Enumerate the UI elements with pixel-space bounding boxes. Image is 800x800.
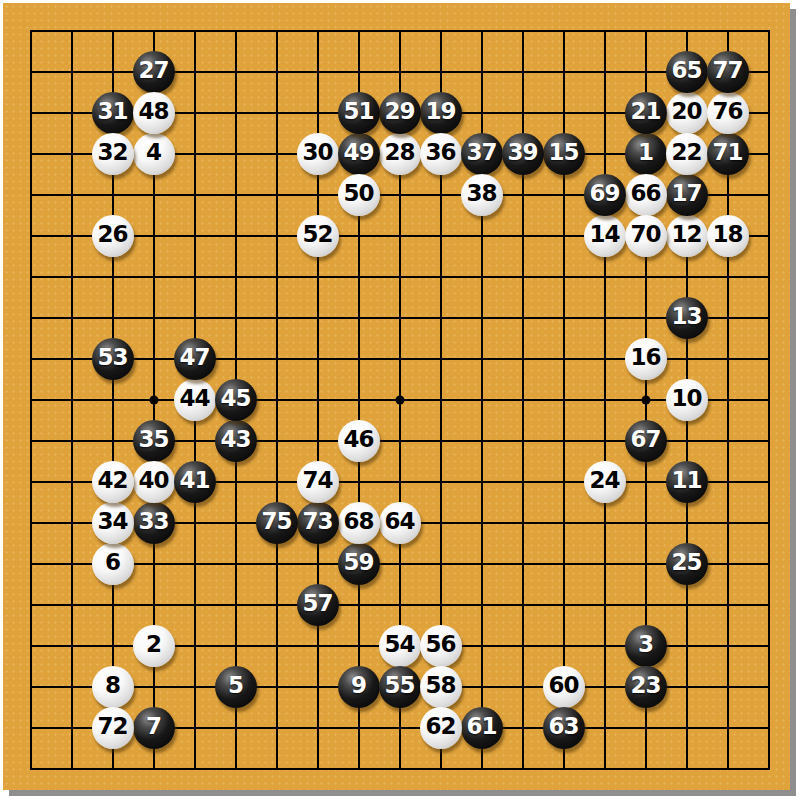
stone-white-move-18: 18 bbox=[707, 215, 749, 257]
star-point bbox=[641, 395, 650, 404]
move-number-label: 26 bbox=[97, 223, 127, 246]
move-number-label: 17 bbox=[671, 182, 701, 205]
move-number-label: 9 bbox=[351, 674, 366, 697]
move-number-label: 15 bbox=[548, 141, 578, 164]
move-number-label: 64 bbox=[384, 510, 414, 533]
move-number-label: 44 bbox=[179, 387, 209, 410]
stone-black-move-15: 15 bbox=[543, 133, 585, 175]
stone-black-move-7: 7 bbox=[133, 707, 175, 749]
stone-black-move-19: 19 bbox=[420, 92, 462, 134]
stone-white-move-74: 74 bbox=[297, 461, 339, 503]
page: 1234567891011121314151617181920212223242… bbox=[0, 0, 800, 800]
move-number-label: 60 bbox=[548, 674, 578, 697]
move-number-label: 71 bbox=[712, 141, 742, 164]
stone-black-move-17: 17 bbox=[666, 174, 708, 216]
stone-white-move-14: 14 bbox=[584, 215, 626, 257]
stone-black-move-75: 75 bbox=[256, 502, 298, 544]
move-number-label: 57 bbox=[302, 592, 332, 615]
move-number-label: 36 bbox=[425, 141, 455, 164]
stone-white-move-10: 10 bbox=[666, 379, 708, 421]
stone-black-move-59: 59 bbox=[338, 543, 380, 585]
move-number-label: 21 bbox=[630, 100, 660, 123]
move-number-label: 6 bbox=[105, 551, 120, 574]
stone-black-move-3: 3 bbox=[625, 625, 667, 667]
stone-white-move-28: 28 bbox=[379, 133, 421, 175]
stone-black-move-11: 11 bbox=[666, 461, 708, 503]
move-number-label: 40 bbox=[138, 469, 168, 492]
move-number-label: 11 bbox=[671, 469, 701, 492]
stone-white-move-8: 8 bbox=[92, 666, 134, 708]
grid-line-vertical bbox=[604, 30, 606, 770]
stone-black-move-51: 51 bbox=[338, 92, 380, 134]
move-number-label: 5 bbox=[228, 674, 243, 697]
move-number-label: 13 bbox=[671, 305, 701, 328]
stone-white-move-44: 44 bbox=[174, 379, 216, 421]
stone-white-move-64: 64 bbox=[379, 502, 421, 544]
move-number-label: 55 bbox=[384, 674, 414, 697]
move-number-label: 75 bbox=[261, 510, 291, 533]
move-number-label: 24 bbox=[589, 469, 619, 492]
move-number-label: 59 bbox=[343, 551, 373, 574]
stone-white-move-2: 2 bbox=[133, 625, 175, 667]
stone-white-move-26: 26 bbox=[92, 215, 134, 257]
stone-black-move-43: 43 bbox=[215, 420, 257, 462]
stone-white-move-58: 58 bbox=[420, 666, 462, 708]
move-number-label: 54 bbox=[384, 633, 414, 656]
stone-black-move-45: 45 bbox=[215, 379, 257, 421]
move-number-label: 18 bbox=[712, 223, 742, 246]
move-number-label: 48 bbox=[138, 100, 168, 123]
move-number-label: 20 bbox=[671, 100, 701, 123]
grid-line-vertical bbox=[768, 30, 770, 770]
stone-white-move-68: 68 bbox=[338, 502, 380, 544]
move-number-label: 3 bbox=[638, 633, 653, 656]
stone-white-move-52: 52 bbox=[297, 215, 339, 257]
stone-white-move-6: 6 bbox=[92, 543, 134, 585]
move-number-label: 62 bbox=[425, 715, 455, 738]
stone-white-move-34: 34 bbox=[92, 502, 134, 544]
stone-black-move-77: 77 bbox=[707, 51, 749, 93]
stone-white-move-62: 62 bbox=[420, 707, 462, 749]
stone-black-move-57: 57 bbox=[297, 584, 339, 626]
move-number-label: 30 bbox=[302, 141, 332, 164]
move-number-label: 76 bbox=[712, 100, 742, 123]
move-number-label: 25 bbox=[671, 551, 701, 574]
stone-white-move-54: 54 bbox=[379, 625, 421, 667]
stone-black-move-49: 49 bbox=[338, 133, 380, 175]
move-number-label: 77 bbox=[712, 59, 742, 82]
move-number-label: 65 bbox=[671, 59, 701, 82]
stone-white-move-4: 4 bbox=[133, 133, 175, 175]
move-number-label: 53 bbox=[97, 346, 127, 369]
stone-white-move-38: 38 bbox=[461, 174, 503, 216]
stone-white-move-60: 60 bbox=[543, 666, 585, 708]
move-number-label: 72 bbox=[97, 715, 127, 738]
stone-black-move-33: 33 bbox=[133, 502, 175, 544]
move-number-label: 74 bbox=[302, 469, 332, 492]
move-number-label: 22 bbox=[671, 141, 701, 164]
stone-black-move-9: 9 bbox=[338, 666, 380, 708]
move-number-label: 47 bbox=[179, 346, 209, 369]
move-number-label: 69 bbox=[589, 182, 619, 205]
stone-white-move-22: 22 bbox=[666, 133, 708, 175]
stone-white-move-12: 12 bbox=[666, 215, 708, 257]
move-number-label: 8 bbox=[105, 674, 120, 697]
move-number-label: 28 bbox=[384, 141, 414, 164]
move-number-label: 2 bbox=[146, 633, 161, 656]
stone-white-move-30: 30 bbox=[297, 133, 339, 175]
move-number-label: 37 bbox=[466, 141, 496, 164]
move-number-label: 70 bbox=[630, 223, 660, 246]
move-number-label: 56 bbox=[425, 633, 455, 656]
move-number-label: 23 bbox=[630, 674, 660, 697]
move-number-label: 67 bbox=[630, 428, 660, 451]
stone-black-move-47: 47 bbox=[174, 338, 216, 380]
move-number-label: 66 bbox=[630, 182, 660, 205]
stone-black-move-25: 25 bbox=[666, 543, 708, 585]
stone-white-move-36: 36 bbox=[420, 133, 462, 175]
stone-black-move-27: 27 bbox=[133, 51, 175, 93]
move-number-label: 45 bbox=[220, 387, 250, 410]
stone-black-move-37: 37 bbox=[461, 133, 503, 175]
move-number-label: 12 bbox=[671, 223, 701, 246]
star-point bbox=[395, 395, 404, 404]
stone-white-move-50: 50 bbox=[338, 174, 380, 216]
move-number-label: 4 bbox=[146, 141, 161, 164]
move-number-label: 52 bbox=[302, 223, 332, 246]
stone-black-move-63: 63 bbox=[543, 707, 585, 749]
move-number-label: 51 bbox=[343, 100, 373, 123]
stone-black-move-55: 55 bbox=[379, 666, 421, 708]
stone-black-move-41: 41 bbox=[174, 461, 216, 503]
stone-white-move-70: 70 bbox=[625, 215, 667, 257]
stone-black-move-1: 1 bbox=[625, 133, 667, 175]
stone-white-move-24: 24 bbox=[584, 461, 626, 503]
move-number-label: 33 bbox=[138, 510, 168, 533]
stone-black-move-13: 13 bbox=[666, 297, 708, 339]
move-number-label: 1 bbox=[638, 141, 653, 164]
grid-line-horizontal bbox=[30, 768, 770, 770]
stone-black-move-29: 29 bbox=[379, 92, 421, 134]
move-number-label: 61 bbox=[466, 715, 496, 738]
grid-line-horizontal bbox=[30, 563, 770, 565]
stone-black-move-31: 31 bbox=[92, 92, 134, 134]
stone-white-move-20: 20 bbox=[666, 92, 708, 134]
move-number-label: 32 bbox=[97, 141, 127, 164]
stone-black-move-5: 5 bbox=[215, 666, 257, 708]
stone-black-move-23: 23 bbox=[625, 666, 667, 708]
move-number-label: 10 bbox=[671, 387, 701, 410]
stone-white-move-42: 42 bbox=[92, 461, 134, 503]
move-number-label: 19 bbox=[425, 100, 455, 123]
stone-black-move-71: 71 bbox=[707, 133, 749, 175]
stone-black-move-61: 61 bbox=[461, 707, 503, 749]
stone-black-move-53: 53 bbox=[92, 338, 134, 380]
stone-black-move-39: 39 bbox=[502, 133, 544, 175]
move-number-label: 35 bbox=[138, 428, 168, 451]
stone-white-move-66: 66 bbox=[625, 174, 667, 216]
grid-line-horizontal bbox=[30, 604, 770, 606]
stone-black-move-21: 21 bbox=[625, 92, 667, 134]
move-number-label: 27 bbox=[138, 59, 168, 82]
stone-white-move-72: 72 bbox=[92, 707, 134, 749]
goban-board[interactable]: 1234567891011121314151617181920212223242… bbox=[3, 3, 790, 790]
stone-white-move-76: 76 bbox=[707, 92, 749, 134]
move-number-label: 7 bbox=[146, 715, 161, 738]
move-number-label: 29 bbox=[384, 100, 414, 123]
stone-white-move-32: 32 bbox=[92, 133, 134, 175]
stone-white-move-48: 48 bbox=[133, 92, 175, 134]
move-number-label: 34 bbox=[97, 510, 127, 533]
stone-white-move-46: 46 bbox=[338, 420, 380, 462]
stone-black-move-65: 65 bbox=[666, 51, 708, 93]
move-number-label: 68 bbox=[343, 510, 373, 533]
move-number-label: 58 bbox=[425, 674, 455, 697]
move-number-label: 31 bbox=[97, 100, 127, 123]
move-number-label: 63 bbox=[548, 715, 578, 738]
stone-white-move-16: 16 bbox=[625, 338, 667, 380]
move-number-label: 38 bbox=[466, 182, 496, 205]
move-number-label: 50 bbox=[343, 182, 373, 205]
move-number-label: 16 bbox=[630, 346, 660, 369]
move-number-label: 14 bbox=[589, 223, 619, 246]
stone-black-move-35: 35 bbox=[133, 420, 175, 462]
move-number-label: 42 bbox=[97, 469, 127, 492]
star-point bbox=[149, 395, 158, 404]
stone-black-move-73: 73 bbox=[297, 502, 339, 544]
stone-white-move-40: 40 bbox=[133, 461, 175, 503]
move-number-label: 73 bbox=[302, 510, 332, 533]
stone-white-move-56: 56 bbox=[420, 625, 462, 667]
move-number-label: 49 bbox=[343, 141, 373, 164]
move-number-label: 41 bbox=[179, 469, 209, 492]
move-number-label: 46 bbox=[343, 428, 373, 451]
move-number-label: 43 bbox=[220, 428, 250, 451]
move-number-label: 39 bbox=[507, 141, 537, 164]
stone-black-move-67: 67 bbox=[625, 420, 667, 462]
stone-black-move-69: 69 bbox=[584, 174, 626, 216]
